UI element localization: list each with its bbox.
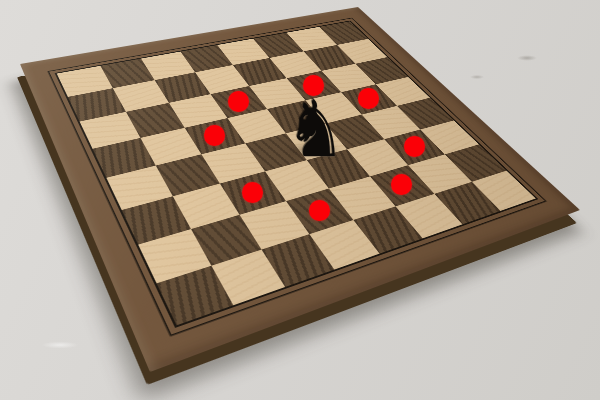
move-dot-d2	[309, 200, 330, 221]
black-knight-piece: ♞	[286, 90, 345, 168]
move-dot-c3	[242, 182, 263, 203]
move-dot-g3	[404, 136, 425, 157]
move-dot-d6	[228, 91, 249, 112]
move-dot-c5	[204, 125, 225, 146]
photo-background: ♞	[0, 0, 600, 400]
